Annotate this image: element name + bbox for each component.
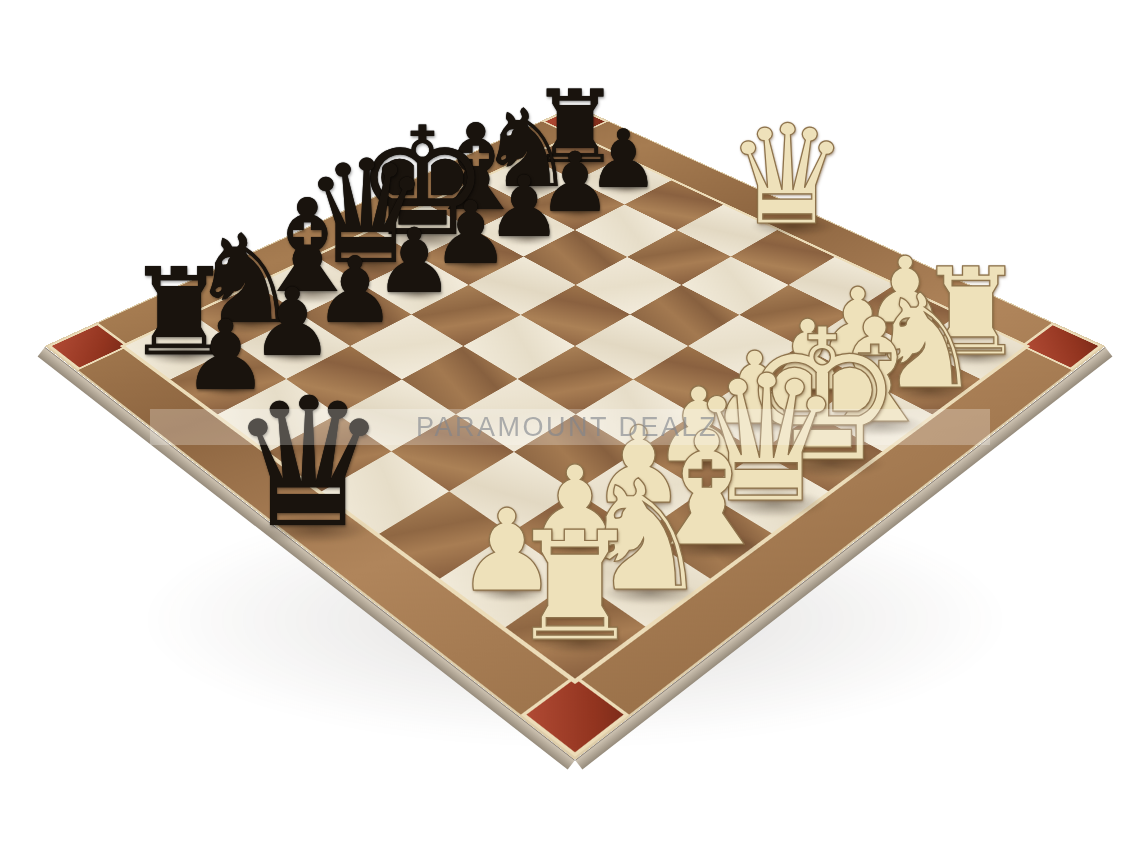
product-photo: ♜♞♝♛♚♝♞♜♟♟♟♟♟♟♟♟♜♞♝♛♚♝♞♜♟♟♟♟♟♟♟♟♛♛ PARAM… (0, 0, 1140, 858)
watermark: PARAMOUNT DEALZ (416, 412, 718, 443)
